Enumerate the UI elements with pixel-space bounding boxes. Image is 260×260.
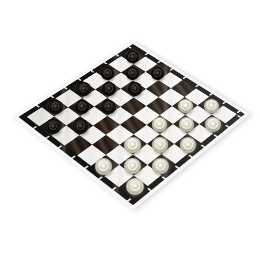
checkers-board xyxy=(27,49,237,198)
product-photo xyxy=(0,0,260,260)
checkers-mat xyxy=(13,41,250,210)
playing-area xyxy=(27,49,237,198)
